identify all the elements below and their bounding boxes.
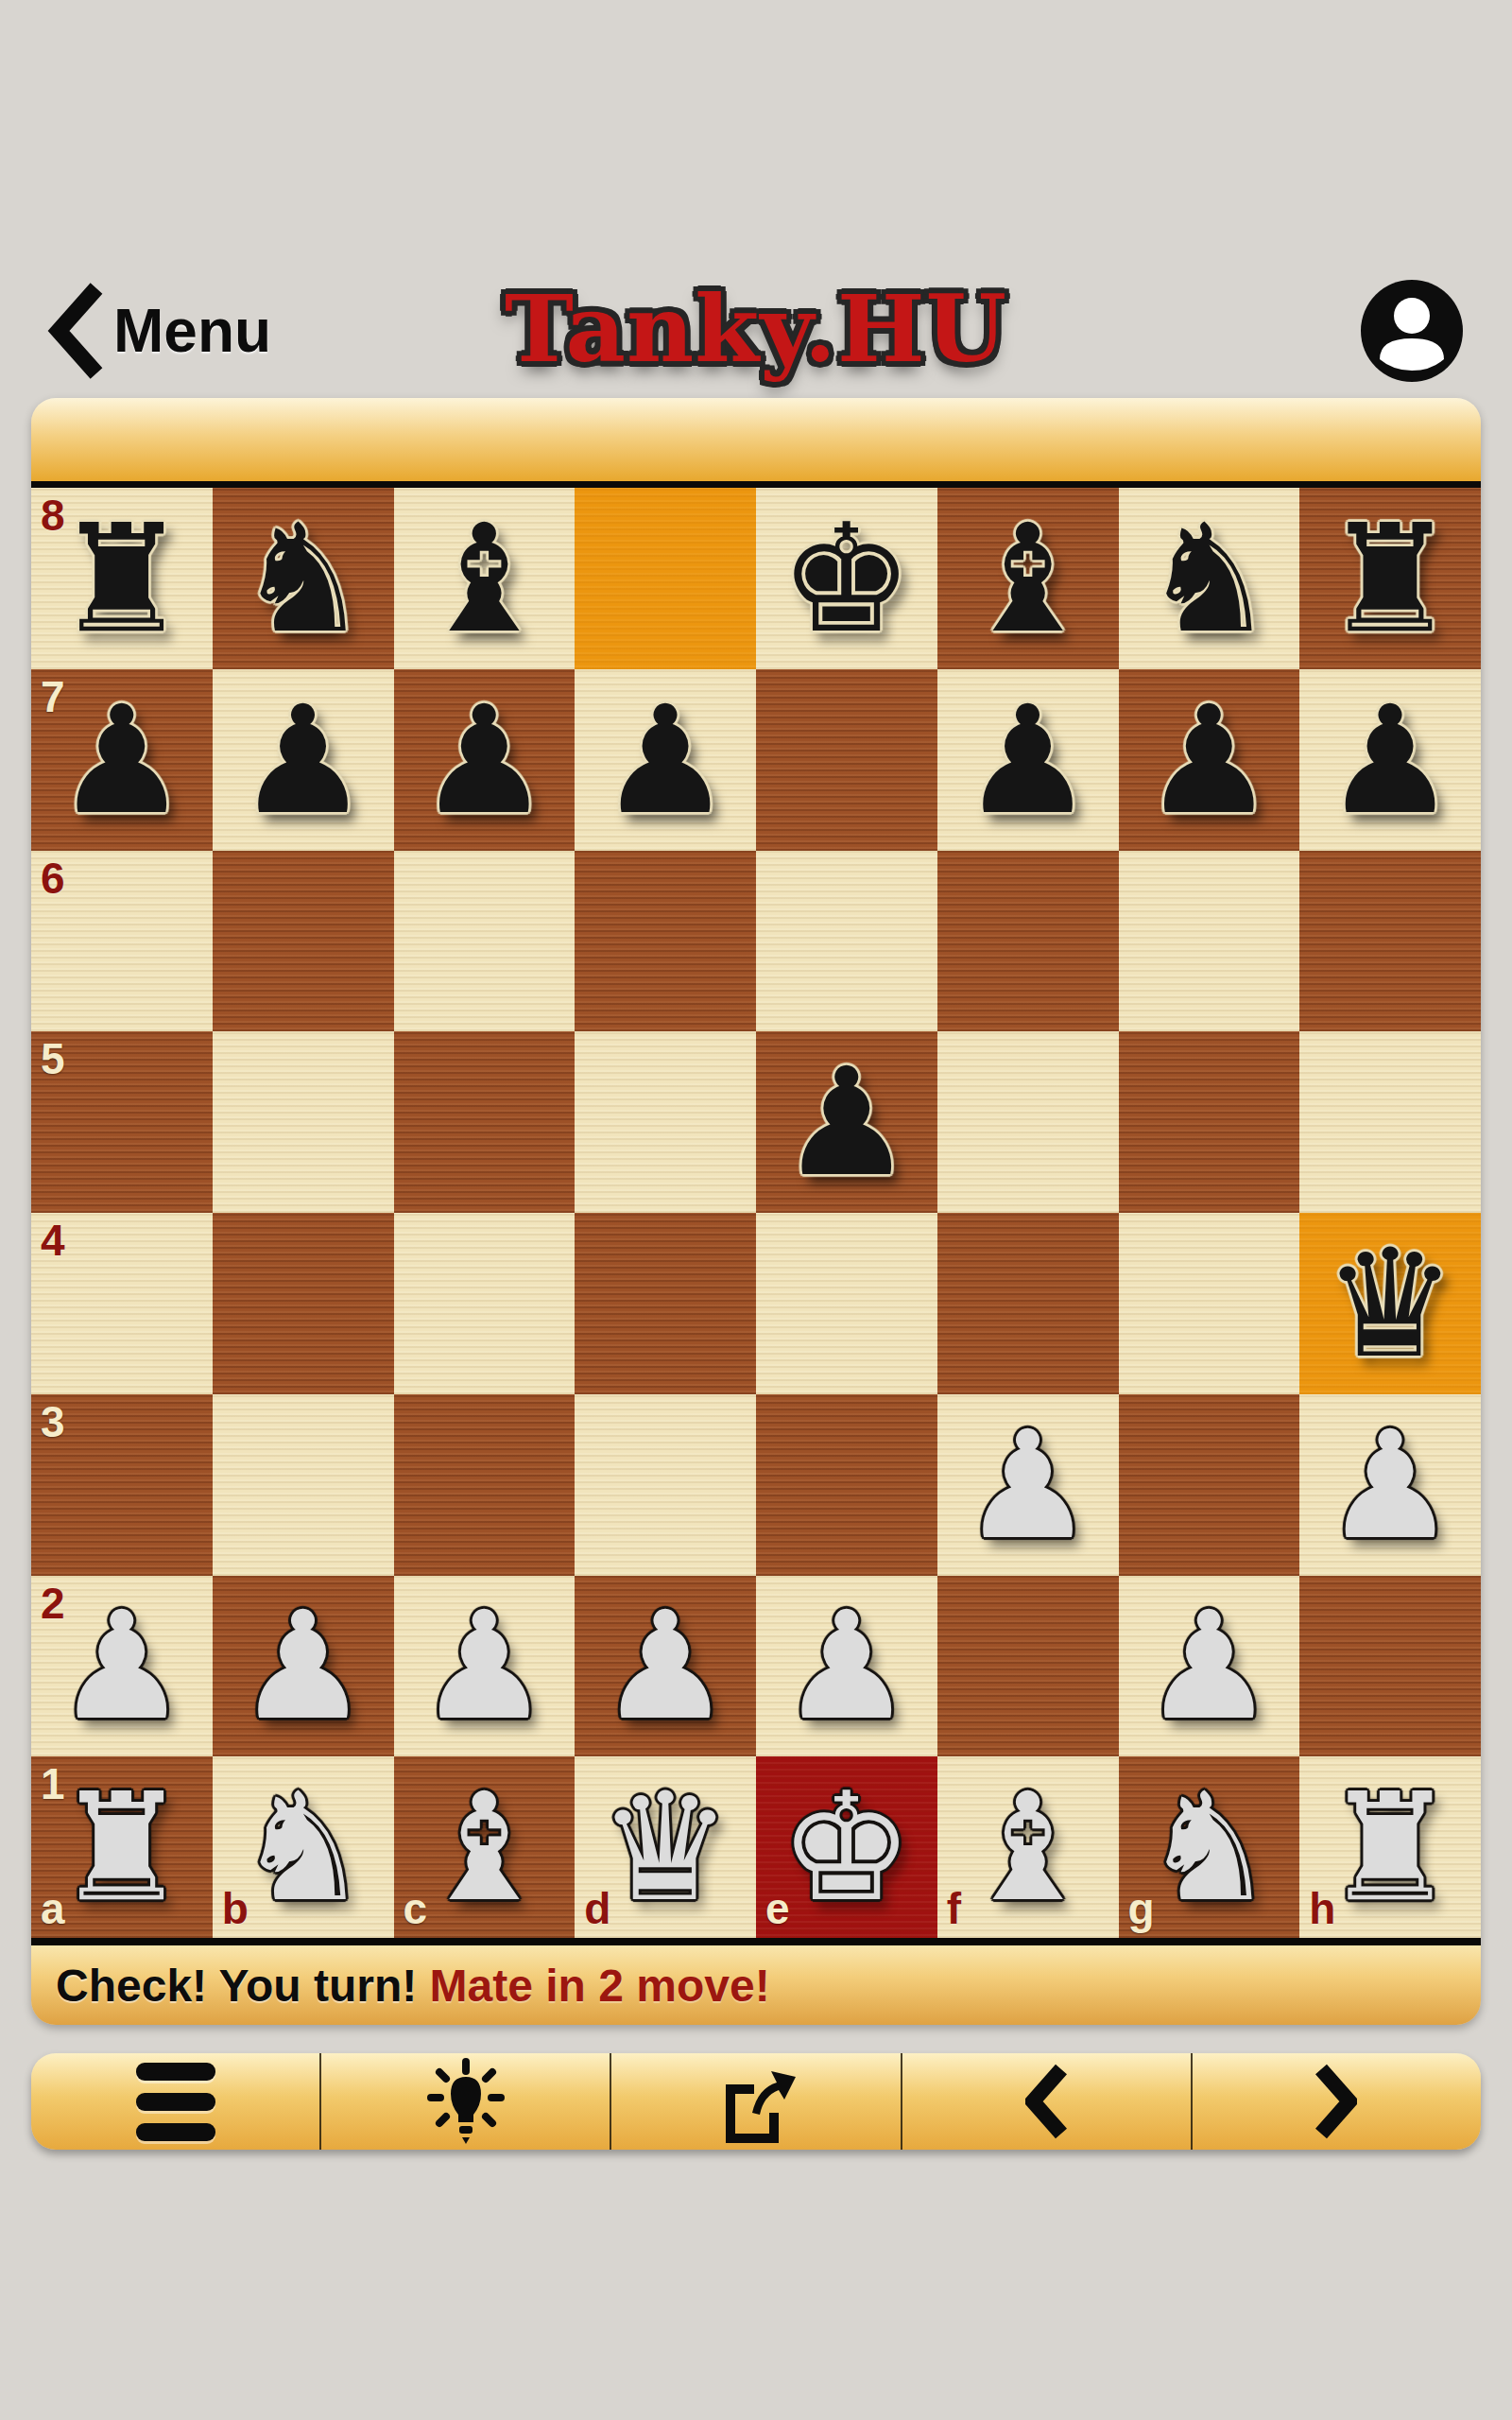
square-f6[interactable] (937, 851, 1119, 1032)
board-top-cap (31, 398, 1481, 488)
square-b5[interactable] (213, 1031, 394, 1213)
square-g2[interactable]: ♟ (1119, 1576, 1300, 1757)
board-container: ♜8♞♝♚♝♞♜♟7♟♟♟♟♟♟65♟4♛3♟♟♟2♟♟♟♟♟♜1a♞b♝c♛d… (31, 398, 1481, 2025)
square-e1-check[interactable]: ♚e (756, 1756, 937, 1938)
white-bishop[interactable]: ♝ (937, 1756, 1119, 1938)
square-d6[interactable] (575, 851, 756, 1032)
file-label-h: h (1309, 1887, 1335, 1930)
black-bishop[interactable]: ♝ (394, 488, 576, 669)
square-c4[interactable] (394, 1213, 576, 1394)
rank-label-4: 4 (41, 1219, 65, 1262)
file-label-e: e (765, 1887, 790, 1930)
square-a6[interactable]: 6 (31, 851, 213, 1032)
black-queen[interactable]: ♛ (1299, 1213, 1481, 1394)
square-g1[interactable]: ♞g (1119, 1756, 1300, 1938)
toolbar-hint-button[interactable] (321, 2053, 611, 2150)
share-icon (716, 2060, 796, 2143)
square-h3[interactable]: ♟ (1299, 1394, 1481, 1576)
black-pawn[interactable]: ♟ (937, 669, 1119, 851)
square-c1[interactable]: ♝c (394, 1756, 576, 1938)
black-pawn[interactable]: ♟ (213, 669, 394, 851)
square-f8[interactable]: ♝ (937, 488, 1119, 669)
square-e6[interactable] (756, 851, 937, 1032)
square-a1[interactable]: ♜1a (31, 1756, 213, 1938)
rank-label-7: 7 (41, 675, 65, 718)
square-g5[interactable] (1119, 1031, 1300, 1213)
square-f4[interactable] (937, 1213, 1119, 1394)
file-label-f: f (947, 1887, 961, 1930)
square-b2[interactable]: ♟ (213, 1576, 394, 1757)
square-h2[interactable] (1299, 1576, 1481, 1757)
chevron-right-icon (1315, 2064, 1357, 2139)
file-label-g: g (1128, 1887, 1155, 1930)
white-pawn[interactable]: ♟ (1119, 1576, 1300, 1757)
toolbar-share-button[interactable] (611, 2053, 902, 2150)
square-d2[interactable]: ♟ (575, 1576, 756, 1757)
square-c6[interactable] (394, 851, 576, 1032)
square-e2[interactable]: ♟ (756, 1576, 937, 1757)
square-h5[interactable] (1299, 1031, 1481, 1213)
square-b3[interactable] (213, 1394, 394, 1576)
square-e7[interactable] (756, 669, 937, 851)
file-label-c: c (404, 1887, 428, 1930)
black-pawn[interactable]: ♟ (1119, 669, 1300, 851)
square-e4[interactable] (756, 1213, 937, 1394)
square-a8[interactable]: ♜8 (31, 488, 213, 669)
file-label-d: d (584, 1887, 610, 1930)
white-pawn[interactable]: ♟ (756, 1576, 937, 1757)
square-h1[interactable]: ♜h (1299, 1756, 1481, 1938)
toolbar-forward-button[interactable] (1193, 2053, 1481, 2150)
square-c7[interactable]: ♟ (394, 669, 576, 851)
square-b7[interactable]: ♟ (213, 669, 394, 851)
rank-label-6: 6 (41, 856, 65, 900)
black-pawn[interactable]: ♟ (1299, 669, 1481, 851)
chevron-left-icon (1025, 2064, 1067, 2139)
square-a3[interactable]: 3 (31, 1394, 213, 1576)
square-h6[interactable] (1299, 851, 1481, 1032)
square-e8[interactable]: ♚ (756, 488, 937, 669)
square-b8[interactable]: ♞ (213, 488, 394, 669)
black-pawn[interactable]: ♟ (394, 669, 576, 851)
toolbar-back-button[interactable] (902, 2053, 1193, 2150)
white-pawn[interactable]: ♟ (394, 1576, 576, 1757)
square-h7[interactable]: ♟ (1299, 669, 1481, 851)
square-h8[interactable]: ♜ (1299, 488, 1481, 669)
square-f2[interactable] (937, 1576, 1119, 1757)
white-pawn[interactable]: ♟ (575, 1576, 756, 1757)
square-a4[interactable]: 4 (31, 1213, 213, 1394)
square-e5[interactable]: ♟ (756, 1031, 937, 1213)
square-c3[interactable] (394, 1394, 576, 1576)
square-d8-move-from[interactable] (575, 488, 756, 669)
account-icon[interactable] (1359, 278, 1465, 384)
black-knight[interactable]: ♞ (1119, 488, 1300, 669)
square-g8[interactable]: ♞ (1119, 488, 1300, 669)
square-f7[interactable]: ♟ (937, 669, 1119, 851)
square-b4[interactable] (213, 1213, 394, 1394)
square-g7[interactable]: ♟ (1119, 669, 1300, 851)
square-g3[interactable] (1119, 1394, 1300, 1576)
black-bishop[interactable]: ♝ (937, 488, 1119, 669)
square-a2[interactable]: ♟2 (31, 1576, 213, 1757)
square-b6[interactable] (213, 851, 394, 1032)
square-e3[interactable] (756, 1394, 937, 1576)
square-a5[interactable]: 5 (31, 1031, 213, 1213)
file-label-a: a (41, 1887, 65, 1930)
top-app-bar: Menu Tanky.HU (0, 272, 1512, 389)
square-d5[interactable] (575, 1031, 756, 1213)
status-check-text: Check! You turn! (56, 1960, 430, 2012)
white-pawn[interactable]: ♟ (213, 1576, 394, 1757)
square-c2[interactable]: ♟ (394, 1576, 576, 1757)
status-mate-text: Mate in 2 move! (430, 1960, 770, 2012)
black-rook[interactable]: ♜ (1299, 488, 1481, 669)
app-logo: Tanky.HU (0, 272, 1512, 389)
square-b1[interactable]: ♞b (213, 1756, 394, 1938)
square-f5[interactable] (937, 1031, 1119, 1213)
square-g4[interactable] (1119, 1213, 1300, 1394)
rank-label-8: 8 (41, 493, 65, 537)
square-f1[interactable]: ♝f (937, 1756, 1119, 1938)
lightbulb-icon (425, 2058, 507, 2145)
square-a7[interactable]: ♟7 (31, 669, 213, 851)
file-label-b: b (222, 1887, 249, 1930)
rank-label-2: 2 (41, 1582, 65, 1625)
white-pawn[interactable]: ♟ (1299, 1394, 1481, 1576)
rank-label-1: 1 (41, 1762, 65, 1806)
square-c5[interactable] (394, 1031, 576, 1213)
bottom-toolbar (31, 2053, 1481, 2150)
chess-board: ♜8♞♝♚♝♞♜♟7♟♟♟♟♟♟65♟4♛3♟♟♟2♟♟♟♟♟♜1a♞b♝c♛d… (31, 488, 1481, 1945)
square-g6[interactable] (1119, 851, 1300, 1032)
square-d3[interactable] (575, 1394, 756, 1576)
black-pawn[interactable]: ♟ (575, 669, 756, 851)
square-d1[interactable]: ♛d (575, 1756, 756, 1938)
black-pawn[interactable]: ♟ (756, 1031, 937, 1213)
rank-label-5: 5 (41, 1037, 65, 1080)
black-king[interactable]: ♚ (756, 488, 937, 669)
square-c8[interactable]: ♝ (394, 488, 576, 669)
square-d4[interactable] (575, 1213, 756, 1394)
square-h4-move-to[interactable]: ♛ (1299, 1213, 1481, 1394)
square-d7[interactable]: ♟ (575, 669, 756, 851)
rank-label-3: 3 (41, 1400, 65, 1443)
status-bar: Check! You turn! Mate in 2 move! (31, 1945, 1481, 2025)
black-knight[interactable]: ♞ (213, 488, 394, 669)
hamburger-icon (136, 2063, 215, 2141)
toolbar-menu-button[interactable] (31, 2053, 321, 2150)
square-f3[interactable]: ♟ (937, 1394, 1119, 1576)
white-pawn[interactable]: ♟ (937, 1394, 1119, 1576)
